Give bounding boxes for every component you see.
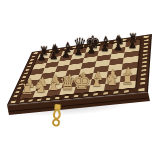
border-trim-corner [33,52,38,54]
border-trim-corner [144,36,149,39]
square-f1 [88,84,104,92]
border-trim-corner [138,88,144,91]
square-g1 [103,82,120,90]
brass-clasp-icon [49,103,65,132]
border-trim-right [140,39,149,86]
square-e1 [74,86,90,94]
border-trim-corner [10,101,16,104]
square-h1 [119,81,136,89]
product-photo: ♜♞♝♛♚♝♞♜♟♟♟♟♟♟♟♟♟♟♟♟♟♟♟♟♜♞♝♛♚♝♞♜ [0,0,160,160]
